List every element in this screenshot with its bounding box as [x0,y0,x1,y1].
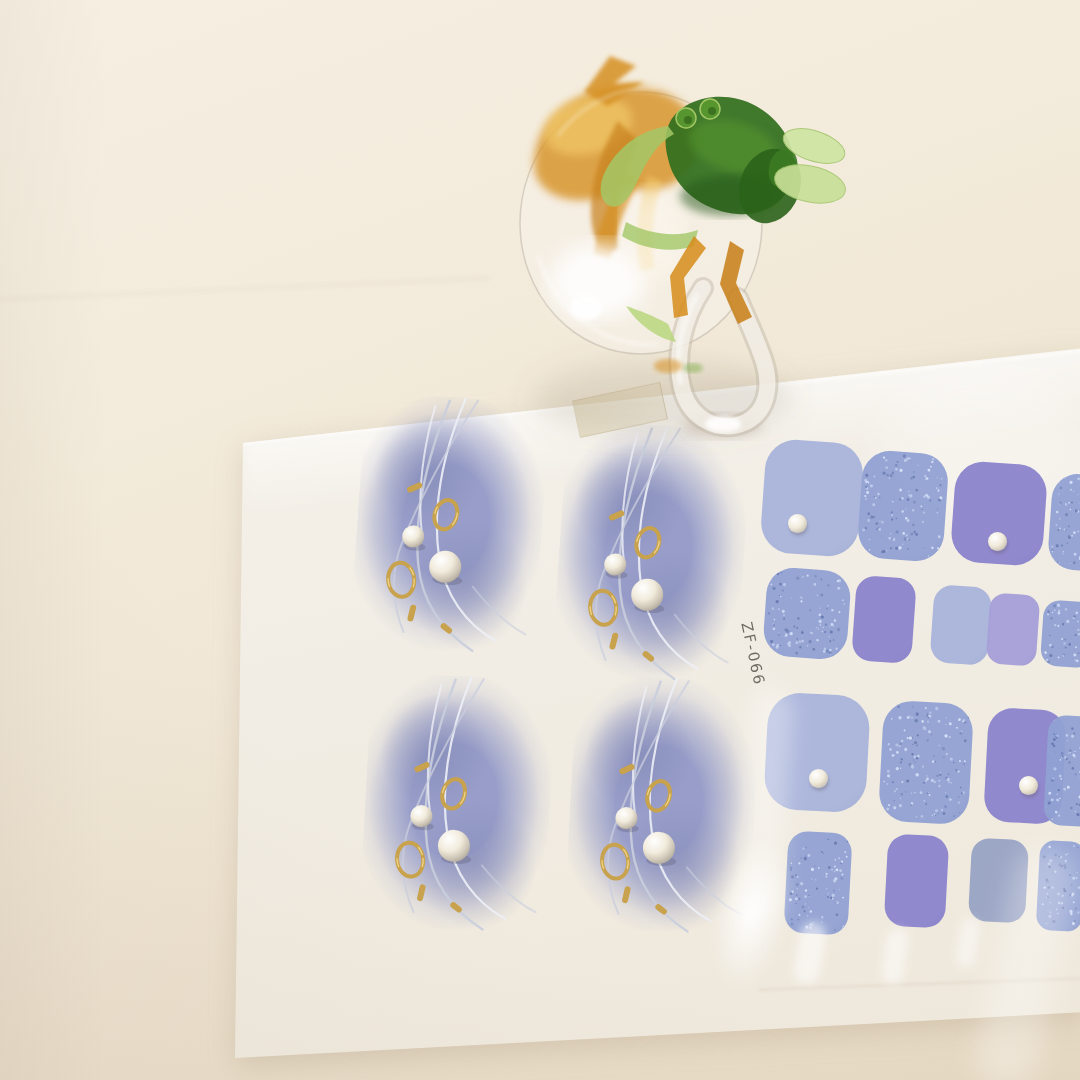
photo-scene: ZF-066 [0,0,1080,1080]
plastic-reflection [792,920,828,986]
plastic-reflection [955,917,982,969]
plastic-reflection [970,841,1080,1080]
plastic-reflection [880,927,910,986]
plastic-reflection [737,689,795,921]
plastic-fold-highlight [699,832,803,996]
glass-frog-figurine [498,26,878,456]
